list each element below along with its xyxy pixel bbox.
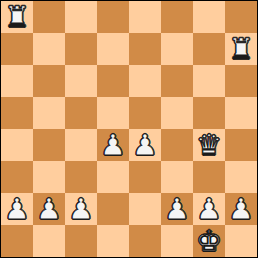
square-b3[interactable] [33, 161, 65, 193]
white-queen[interactable]: ♛ [196, 129, 222, 161]
square-e5[interactable] [129, 97, 161, 129]
square-b8[interactable] [33, 1, 65, 33]
square-d4[interactable]: ♟ [97, 129, 129, 161]
square-g6[interactable] [193, 65, 225, 97]
square-c8[interactable] [65, 1, 97, 33]
square-a7[interactable] [1, 33, 33, 65]
square-g4[interactable]: ♛ [193, 129, 225, 161]
square-f3[interactable] [161, 161, 193, 193]
square-h3[interactable] [225, 161, 257, 193]
square-h4[interactable] [225, 129, 257, 161]
square-c6[interactable] [65, 65, 97, 97]
square-f6[interactable] [161, 65, 193, 97]
square-g8[interactable] [193, 1, 225, 33]
square-g7[interactable] [193, 33, 225, 65]
square-f8[interactable] [161, 1, 193, 33]
square-c2[interactable]: ♟ [65, 193, 97, 225]
square-a2[interactable]: ♟ [1, 193, 33, 225]
square-e7[interactable] [129, 33, 161, 65]
square-f4[interactable] [161, 129, 193, 161]
square-d3[interactable] [97, 161, 129, 193]
white-pawn[interactable]: ♟ [164, 193, 190, 225]
white-rook[interactable]: ♜ [228, 33, 254, 65]
square-e8[interactable] [129, 1, 161, 33]
square-a5[interactable] [1, 97, 33, 129]
square-h6[interactable] [225, 65, 257, 97]
square-b1[interactable] [33, 225, 65, 257]
square-a4[interactable] [1, 129, 33, 161]
white-pawn[interactable]: ♟ [132, 129, 158, 161]
square-c1[interactable] [65, 225, 97, 257]
square-a1[interactable] [1, 225, 33, 257]
white-pawn[interactable]: ♟ [4, 193, 30, 225]
square-c7[interactable] [65, 33, 97, 65]
square-e4[interactable]: ♟ [129, 129, 161, 161]
square-b4[interactable] [33, 129, 65, 161]
square-c5[interactable] [65, 97, 97, 129]
square-f5[interactable] [161, 97, 193, 129]
chess-board: ♜♜♟♟♛♟♟♟♟♟♟♚ [1, 1, 257, 257]
square-d6[interactable] [97, 65, 129, 97]
square-f2[interactable]: ♟ [161, 193, 193, 225]
square-b6[interactable] [33, 65, 65, 97]
square-h2[interactable]: ♟ [225, 193, 257, 225]
square-g3[interactable] [193, 161, 225, 193]
white-pawn[interactable]: ♟ [68, 193, 94, 225]
square-d7[interactable] [97, 33, 129, 65]
square-h1[interactable] [225, 225, 257, 257]
square-a8[interactable]: ♜ [1, 1, 33, 33]
white-rook[interactable]: ♜ [4, 1, 30, 33]
square-b7[interactable] [33, 33, 65, 65]
square-g2[interactable]: ♟ [193, 193, 225, 225]
square-f7[interactable] [161, 33, 193, 65]
square-b2[interactable]: ♟ [33, 193, 65, 225]
square-e1[interactable] [129, 225, 161, 257]
square-e3[interactable] [129, 161, 161, 193]
square-e6[interactable] [129, 65, 161, 97]
square-c3[interactable] [65, 161, 97, 193]
square-a6[interactable] [1, 65, 33, 97]
square-d2[interactable] [97, 193, 129, 225]
square-e2[interactable] [129, 193, 161, 225]
white-pawn[interactable]: ♟ [196, 193, 222, 225]
square-h8[interactable] [225, 1, 257, 33]
square-d5[interactable] [97, 97, 129, 129]
white-pawn[interactable]: ♟ [100, 129, 126, 161]
square-g1[interactable]: ♚ [193, 225, 225, 257]
square-h5[interactable] [225, 97, 257, 129]
chess-board-frame: ♜♜♟♟♛♟♟♟♟♟♟♚ [0, 0, 258, 258]
square-c4[interactable] [65, 129, 97, 161]
square-a3[interactable] [1, 161, 33, 193]
square-d1[interactable] [97, 225, 129, 257]
square-h7[interactable]: ♜ [225, 33, 257, 65]
square-g5[interactable] [193, 97, 225, 129]
white-pawn[interactable]: ♟ [228, 193, 254, 225]
white-king[interactable]: ♚ [196, 225, 222, 257]
square-b5[interactable] [33, 97, 65, 129]
white-pawn[interactable]: ♟ [36, 193, 62, 225]
square-d8[interactable] [97, 1, 129, 33]
square-f1[interactable] [161, 225, 193, 257]
